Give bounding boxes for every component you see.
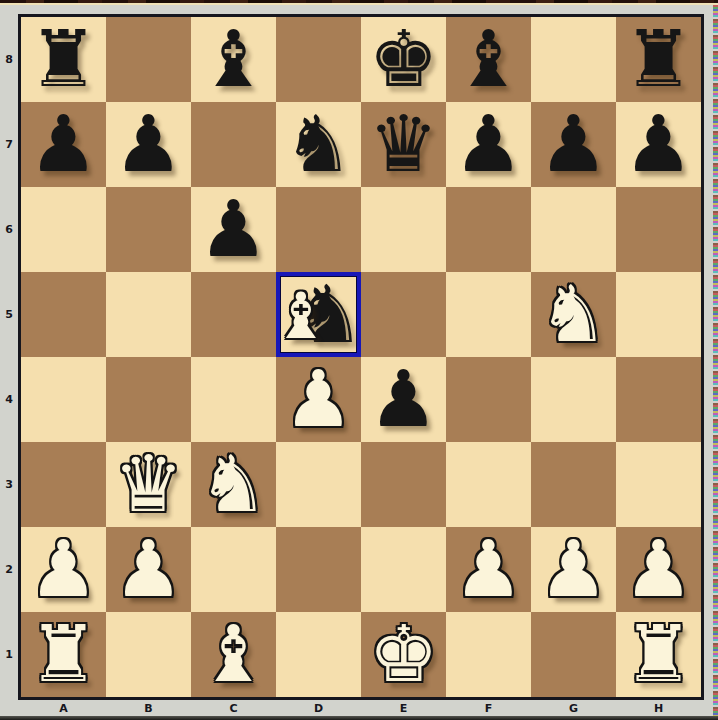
square-d3[interactable] <box>276 442 361 527</box>
white-pawn[interactable]: ♟ <box>454 527 524 612</box>
square-a5[interactable] <box>21 272 106 357</box>
square-e5[interactable] <box>361 272 446 357</box>
square-d8[interactable] <box>276 17 361 102</box>
file-labels: ABCDEFGH <box>21 701 701 716</box>
black-rook[interactable]: ♜ <box>29 17 99 102</box>
rank-label-3: 3 <box>0 442 18 527</box>
rank-label-1: 1 <box>0 612 18 697</box>
white-pawn[interactable]: ♟ <box>29 527 99 612</box>
black-bishop[interactable]: ♝ <box>454 17 524 102</box>
rank-label-4: 4 <box>0 357 18 442</box>
black-pawn[interactable]: ♟ <box>539 102 609 187</box>
file-label-h: H <box>616 701 701 716</box>
square-g7[interactable]: ♟ <box>531 102 616 187</box>
file-label-a: A <box>21 701 106 716</box>
square-c3[interactable]: ♞ <box>191 442 276 527</box>
square-g5[interactable]: ♞ <box>531 272 616 357</box>
white-pawn[interactable]: ♟ <box>114 527 184 612</box>
file-label-d: D <box>276 701 361 716</box>
square-f3[interactable] <box>446 442 531 527</box>
black-pawn[interactable]: ♟ <box>454 102 524 187</box>
black-rook[interactable]: ♜ <box>624 17 694 102</box>
rank-label-5: 5 <box>0 272 18 357</box>
square-h8[interactable]: ♜ <box>616 17 701 102</box>
file-label-b: B <box>106 701 191 716</box>
square-a3[interactable] <box>21 442 106 527</box>
square-d2[interactable] <box>276 527 361 612</box>
square-c7[interactable] <box>191 102 276 187</box>
square-g8[interactable] <box>531 17 616 102</box>
square-c4[interactable] <box>191 357 276 442</box>
square-c5[interactable] <box>191 272 276 357</box>
black-pawn[interactable]: ♟ <box>29 102 99 187</box>
square-f1[interactable] <box>446 612 531 697</box>
square-h5[interactable] <box>616 272 701 357</box>
square-h1[interactable]: ♜ <box>616 612 701 697</box>
square-g1[interactable] <box>531 612 616 697</box>
white-pawn[interactable]: ♟ <box>539 527 609 612</box>
file-label-c: C <box>191 701 276 716</box>
white-king[interactable]: ♚ <box>369 612 439 697</box>
rank-labels: 87654321 <box>0 17 18 697</box>
square-h6[interactable] <box>616 187 701 272</box>
square-f7[interactable]: ♟ <box>446 102 531 187</box>
square-e7[interactable]: ♛ <box>361 102 446 187</box>
square-d1[interactable] <box>276 612 361 697</box>
window-bottom-edge <box>0 716 718 720</box>
square-b5[interactable] <box>106 272 191 357</box>
square-b2[interactable]: ♟ <box>106 527 191 612</box>
square-b6[interactable] <box>106 187 191 272</box>
white-pawn[interactable]: ♟ <box>624 527 694 612</box>
square-g2[interactable]: ♟ <box>531 527 616 612</box>
file-label-f: F <box>446 701 531 716</box>
file-label-e: E <box>361 701 446 716</box>
square-a8[interactable]: ♜ <box>21 17 106 102</box>
white-queen[interactable]: ♛ <box>114 442 184 527</box>
square-f4[interactable] <box>446 357 531 442</box>
square-e2[interactable] <box>361 527 446 612</box>
rank-label-7: 7 <box>0 102 18 187</box>
white-knight[interactable]: ♞ <box>199 442 269 527</box>
square-h4[interactable] <box>616 357 701 442</box>
square-h2[interactable]: ♟ <box>616 527 701 612</box>
black-queen[interactable]: ♛ <box>369 102 439 187</box>
square-h7[interactable]: ♟ <box>616 102 701 187</box>
square-h3[interactable] <box>616 442 701 527</box>
chess-board-frame: ♜♝♚♝♜♟♟♞♛♟♟♟♟♞♝♞♟♟♛♞♟♟♟♟♟♜♝♚♜ <box>18 14 704 700</box>
square-f2[interactable]: ♟ <box>446 527 531 612</box>
square-b4[interactable] <box>106 357 191 442</box>
black-pawn[interactable]: ♟ <box>114 102 184 187</box>
black-pawn[interactable]: ♟ <box>369 357 439 442</box>
square-b3[interactable]: ♛ <box>106 442 191 527</box>
square-f5[interactable] <box>446 272 531 357</box>
square-f6[interactable] <box>446 187 531 272</box>
white-knight[interactable]: ♞ <box>539 272 609 357</box>
rank-label-8: 8 <box>0 17 18 102</box>
square-g3[interactable] <box>531 442 616 527</box>
square-b7[interactable]: ♟ <box>106 102 191 187</box>
black-pawn[interactable]: ♟ <box>199 187 269 272</box>
square-d7[interactable]: ♞ <box>276 102 361 187</box>
square-e4[interactable]: ♟ <box>361 357 446 442</box>
black-knight[interactable]: ♞ <box>284 102 354 187</box>
white-pawn[interactable]: ♟ <box>284 357 354 442</box>
square-a1[interactable]: ♜ <box>21 612 106 697</box>
white-rook[interactable]: ♜ <box>624 612 694 697</box>
square-d4[interactable]: ♟ <box>276 357 361 442</box>
square-a2[interactable]: ♟ <box>21 527 106 612</box>
chess-app-screen: 87654321 ♜♝♚♝♜♟♟♞♛♟♟♟♟♞♝♞♟♟♛♞♟♟♟♟♟♜♝♚♜ A… <box>0 0 718 720</box>
board-grid: ♜♝♚♝♜♟♟♞♛♟♟♟♟♞♝♞♟♟♛♞♟♟♟♟♟♜♝♚♜ <box>21 17 701 697</box>
square-c6[interactable]: ♟ <box>191 187 276 272</box>
square-a7[interactable]: ♟ <box>21 102 106 187</box>
square-d6[interactable] <box>276 187 361 272</box>
square-g4[interactable] <box>531 357 616 442</box>
square-c1[interactable]: ♝ <box>191 612 276 697</box>
square-c8[interactable]: ♝ <box>191 17 276 102</box>
square-f8[interactable]: ♝ <box>446 17 531 102</box>
rank-label-2: 2 <box>0 527 18 612</box>
black-king[interactable]: ♚ <box>369 17 439 102</box>
square-e3[interactable] <box>361 442 446 527</box>
file-label-g: G <box>531 701 616 716</box>
white-bishop[interactable]: ♝ <box>272 280 329 352</box>
square-g6[interactable] <box>531 187 616 272</box>
square-a6[interactable] <box>21 187 106 272</box>
square-d5[interactable]: ♞♝ <box>276 272 361 357</box>
square-e1[interactable]: ♚ <box>361 612 446 697</box>
square-b1[interactable] <box>106 612 191 697</box>
square-c2[interactable] <box>191 527 276 612</box>
black-bishop[interactable]: ♝ <box>199 17 269 102</box>
square-e8[interactable]: ♚ <box>361 17 446 102</box>
white-bishop[interactable]: ♝ <box>199 612 269 697</box>
square-a4[interactable] <box>21 357 106 442</box>
video-noise-strip <box>713 5 718 716</box>
black-pawn[interactable]: ♟ <box>624 102 694 187</box>
square-b8[interactable] <box>106 17 191 102</box>
square-e6[interactable] <box>361 187 446 272</box>
window-top-highlight-line <box>0 3 718 5</box>
rank-label-6: 6 <box>0 187 18 272</box>
white-rook[interactable]: ♜ <box>29 612 99 697</box>
